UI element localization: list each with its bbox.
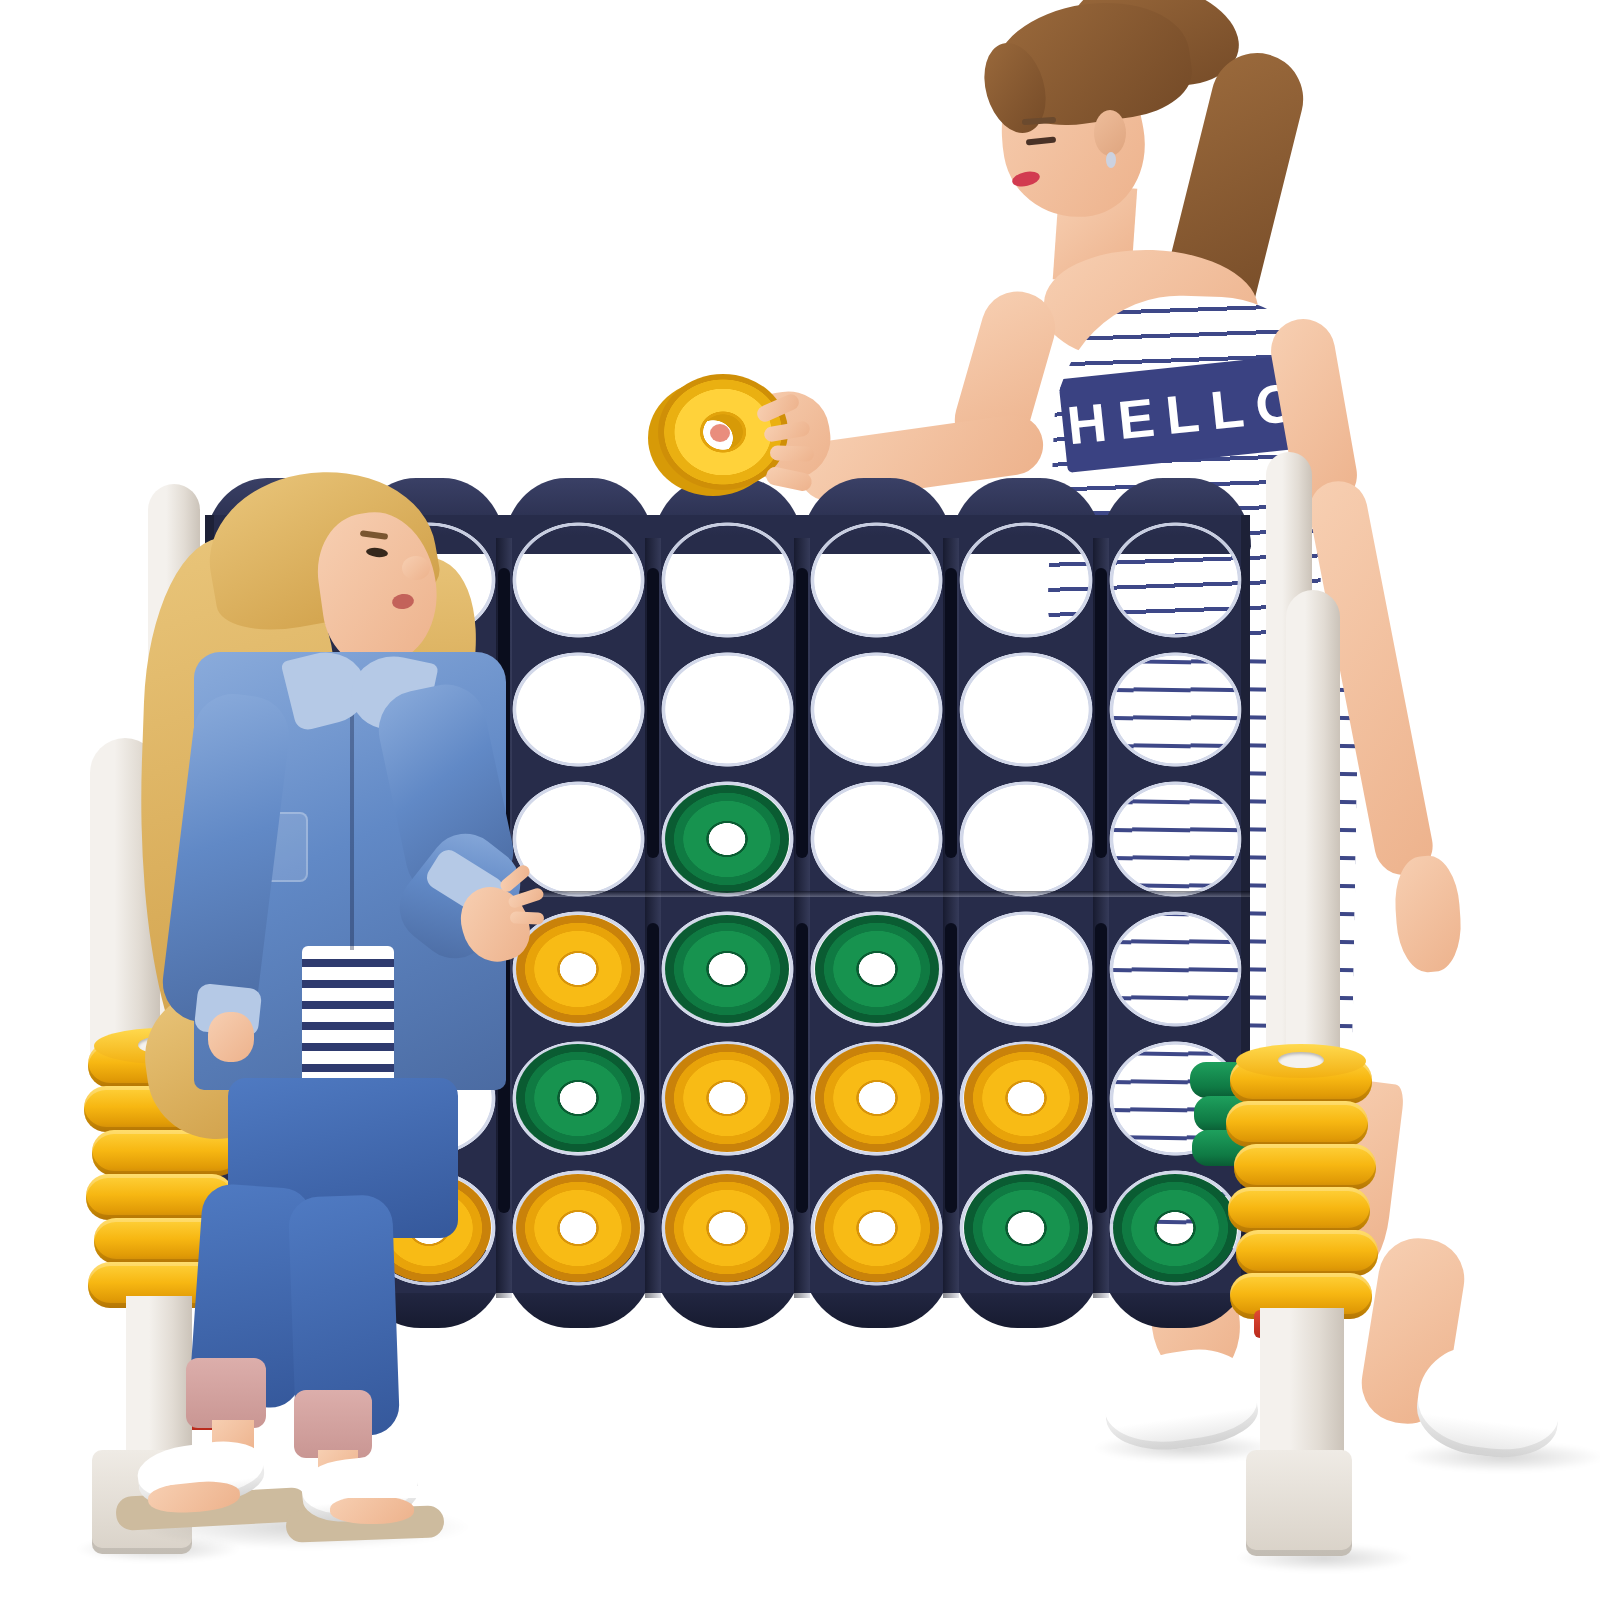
groove-slot [647, 568, 659, 858]
board-hole [951, 1163, 1100, 1293]
board-hole [951, 774, 1100, 904]
board-hole [1101, 904, 1250, 1034]
groove-slot [945, 923, 957, 1213]
left-lower-post [126, 1296, 192, 1468]
board-disc-green [665, 785, 789, 893]
board-hole [802, 774, 951, 904]
board-hole [653, 904, 802, 1034]
board-hole [802, 1034, 951, 1164]
girl-finger-3 [510, 911, 544, 924]
woman-finger-3 [770, 445, 814, 462]
column-groove [943, 538, 959, 1298]
groove-slot [647, 923, 659, 1213]
board-disc-green [1113, 1174, 1237, 1282]
board-hole [653, 515, 802, 645]
scene: HELLO [0, 0, 1600, 1600]
board-hole [504, 1163, 653, 1293]
board-disc-yellow [665, 1044, 789, 1152]
board-hole [802, 515, 951, 645]
girl-right-sandal-strap [332, 1486, 424, 1498]
board-hole [802, 645, 951, 775]
stack-top-hole [1278, 1052, 1324, 1068]
board-hole [951, 515, 1100, 645]
board-hole [1101, 645, 1250, 775]
girl-left-pink-cuff [186, 1358, 266, 1428]
board-hole [653, 1034, 802, 1164]
board-hole [653, 774, 802, 904]
girl-right-toes [330, 1496, 414, 1524]
groove-slot [796, 923, 808, 1213]
board-hole [951, 904, 1100, 1034]
girl-nose [402, 556, 430, 580]
right-lower-post [1260, 1308, 1344, 1472]
column-groove [1093, 538, 1109, 1298]
board-hole [951, 645, 1100, 775]
board-hole [951, 1034, 1100, 1164]
board-disc-yellow [516, 915, 640, 1023]
woman-earring [1106, 152, 1116, 168]
board-hole [504, 515, 653, 645]
board-disc-green [665, 915, 789, 1023]
board-hole [802, 1163, 951, 1293]
board-disc-green [516, 1044, 640, 1152]
board-hole [504, 774, 653, 904]
board-disc-yellow [815, 1044, 939, 1152]
board-hole [1101, 774, 1250, 904]
board-disc-green [964, 1174, 1088, 1282]
column-groove [645, 538, 661, 1298]
board-disc-yellow [516, 1174, 640, 1282]
stack-disc-yellow [1228, 1187, 1370, 1233]
groove-slot [1095, 923, 1107, 1213]
right-foot-block [1246, 1450, 1352, 1556]
groove-slot [1095, 568, 1107, 858]
groove-slot [945, 568, 957, 858]
stack-disc-yellow [1236, 1230, 1378, 1276]
board-hole [653, 1163, 802, 1293]
woman-ear [1094, 110, 1126, 156]
board-hole [1101, 515, 1250, 645]
right-front-post [1286, 590, 1340, 1072]
groove-slot [796, 568, 808, 858]
board-hole [504, 645, 653, 775]
woman-left-hand [1392, 854, 1464, 974]
stack-disc-yellow [1226, 1101, 1368, 1147]
girl-striped-shirt [302, 946, 394, 1086]
board-hole [504, 1034, 653, 1164]
board-hole [802, 904, 951, 1034]
board-disc-green [815, 915, 939, 1023]
girl-left-hand [208, 1012, 254, 1062]
fingertip-through-hole [710, 424, 730, 442]
board-disc-yellow [665, 1174, 789, 1282]
girl-right-pink-cuff [294, 1390, 372, 1458]
board-hole [1101, 1163, 1250, 1293]
stack-disc-yellow [1234, 1144, 1376, 1190]
board-hole [653, 645, 802, 775]
board-disc-yellow [964, 1044, 1088, 1152]
board-disc-yellow [815, 1174, 939, 1282]
column-groove [794, 538, 810, 1298]
girl-jacket-seam [350, 700, 354, 950]
